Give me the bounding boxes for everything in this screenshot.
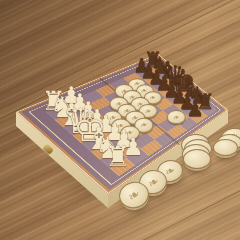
floor-disc-stack-a-1: [183, 149, 211, 169]
engraved-motif: ❧: [172, 112, 181, 122]
engraved-motif: ❧: [125, 186, 143, 204]
engraved-motif: ❧: [139, 120, 149, 131]
floor-disc-stack-b-1: [213, 139, 238, 156]
checkers-disc-g6: ❧: [167, 110, 185, 124]
product-photo-scene: ♜♟♞♟♝❧♟♛❧❧♟♚❧❧♟♝♟❧❧♟♞♜♟❧❧♟♜♟❧❧❧♟♞❧❧♟♝❧♟♛…: [0, 0, 240, 240]
checkers-disc-f3: ❧: [120, 126, 140, 141]
engraved-motif: ❧: [125, 127, 135, 138]
engraved-motif: ❧: [143, 106, 152, 116]
